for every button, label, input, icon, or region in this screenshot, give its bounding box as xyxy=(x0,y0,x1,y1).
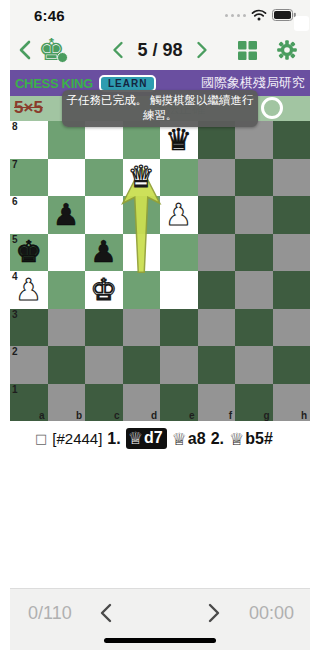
white-to-move-marker: □ xyxy=(35,431,47,446)
session-timer: 00:00 xyxy=(249,603,294,624)
app-screen: 6:46 ♚ 5 / 98 xyxy=(10,0,310,650)
square-f3[interactable] xyxy=(198,309,236,347)
chess-king-logo-icon[interactable]: ♚ xyxy=(38,35,65,65)
white-king-c4[interactable]: ♚ xyxy=(85,271,123,309)
square-d7[interactable]: ♛ xyxy=(123,159,161,197)
square-f2[interactable] xyxy=(198,346,236,384)
puzzle-counter: 5 / 98 xyxy=(137,40,182,61)
square-b7[interactable] xyxy=(48,159,86,197)
square-d6[interactable] xyxy=(123,196,161,234)
queen-figurine-icon: ♕ xyxy=(229,429,244,449)
square-g4[interactable] xyxy=(235,271,273,309)
board-mode-label: 5×5 xyxy=(14,98,43,118)
square-e1[interactable]: e xyxy=(160,384,198,422)
rank-label-1: 1 xyxy=(12,384,18,395)
square-h4[interactable] xyxy=(273,271,311,309)
move-number: 1. xyxy=(107,430,120,448)
chess-board[interactable]: 8♛7♛6♟♟5♚♟4♟♚321abcdefgh xyxy=(10,121,310,421)
settings-gear-icon[interactable] xyxy=(276,39,298,61)
black-pawn-c5[interactable]: ♟ xyxy=(85,234,123,272)
move-number: 2. xyxy=(211,430,224,448)
move-square: a8 xyxy=(188,430,206,448)
clock: 6:46 xyxy=(34,7,65,24)
square-b4[interactable] xyxy=(48,271,86,309)
square-c1[interactable]: c xyxy=(85,384,123,422)
square-g3[interactable] xyxy=(235,309,273,347)
file-label-g: g xyxy=(263,410,269,421)
file-label-f: f xyxy=(229,410,232,421)
square-a1[interactable]: 1a xyxy=(10,384,48,422)
history-back-chevron-icon[interactable] xyxy=(100,603,112,623)
square-b5[interactable] xyxy=(48,234,86,272)
solution-line: □[#2444]1.♕d7♕a82.♕b5# xyxy=(10,428,310,449)
file-label-h: h xyxy=(301,410,307,421)
square-b6[interactable]: ♟ xyxy=(48,196,86,234)
rank-label-7: 7 xyxy=(12,159,18,170)
square-a5[interactable]: 5♚ xyxy=(10,234,48,272)
square-g1[interactable]: g xyxy=(235,384,273,422)
square-c7[interactable] xyxy=(85,159,123,197)
square-f1[interactable]: f xyxy=(198,384,236,422)
move-square: d7 xyxy=(144,429,163,447)
square-a7[interactable]: 7 xyxy=(10,159,48,197)
file-label-b: b xyxy=(76,410,82,421)
square-g5[interactable] xyxy=(235,234,273,272)
toast-message: 子任務已完成。 觸摸棋盤以繼續進行 練習。 xyxy=(62,90,258,127)
rank-label-2: 2 xyxy=(12,346,18,357)
puzzle-grid-icon[interactable] xyxy=(237,40,258,61)
toast-line1: 子任務已完成。 觸摸棋盤以繼續進行 xyxy=(66,93,254,108)
square-f5[interactable] xyxy=(198,234,236,272)
square-h2[interactable] xyxy=(273,346,311,384)
black-pawn-b6[interactable]: ♟ xyxy=(48,196,86,234)
square-b2[interactable] xyxy=(48,346,86,384)
cellular-signal-icon xyxy=(225,14,246,17)
square-h3[interactable] xyxy=(273,309,311,347)
white-pawn-a4[interactable]: ♟ xyxy=(10,271,48,309)
square-h1[interactable]: h xyxy=(273,384,311,422)
move-b5[interactable]: ♕b5# xyxy=(229,429,273,449)
move-d7[interactable]: ♕d7 xyxy=(126,428,167,449)
file-label-d: d xyxy=(151,410,157,421)
square-d4[interactable] xyxy=(123,271,161,309)
session-progress: 0/110 xyxy=(28,603,100,624)
square-c4[interactable]: ♚ xyxy=(85,271,123,309)
bottom-bar: 0/110 00:00 xyxy=(10,588,310,650)
next-puzzle-chevron-icon[interactable] xyxy=(197,41,208,59)
square-e3[interactable] xyxy=(160,309,198,347)
square-e5[interactable] xyxy=(160,234,198,272)
white-pawn-e6[interactable]: ♟ xyxy=(160,196,198,234)
square-d2[interactable] xyxy=(123,346,161,384)
square-h7[interactable] xyxy=(273,159,311,197)
square-d5[interactable] xyxy=(123,234,161,272)
learn-badge: LEARN xyxy=(99,75,156,92)
square-e4[interactable] xyxy=(160,271,198,309)
file-label-a: a xyxy=(39,410,45,421)
square-e6[interactable]: ♟ xyxy=(160,196,198,234)
square-f4[interactable] xyxy=(198,271,236,309)
square-a2[interactable]: 2 xyxy=(10,346,48,384)
square-h6[interactable] xyxy=(273,196,311,234)
back-chevron-icon[interactable] xyxy=(18,39,32,61)
square-b1[interactable]: b xyxy=(48,384,86,422)
square-b3[interactable] xyxy=(48,309,86,347)
square-a3[interactable]: 3 xyxy=(10,309,48,347)
file-label-e: e xyxy=(189,410,195,421)
move-square: b5# xyxy=(245,430,273,448)
prev-puzzle-chevron-icon[interactable] xyxy=(112,41,123,59)
queen-figurine-icon: ♕ xyxy=(172,429,187,449)
wifi-icon xyxy=(251,9,267,21)
battery-icon xyxy=(272,9,296,21)
corner-button[interactable] xyxy=(294,16,309,31)
square-d3[interactable] xyxy=(123,309,161,347)
puzzle-id: [#2444] xyxy=(52,430,102,447)
status-bar: 6:46 xyxy=(10,0,310,30)
square-e7[interactable] xyxy=(160,159,198,197)
square-g7[interactable] xyxy=(235,159,273,197)
rank-label-8: 8 xyxy=(12,121,18,132)
square-g6[interactable] xyxy=(235,196,273,234)
square-c6[interactable] xyxy=(85,196,123,234)
square-h8[interactable] xyxy=(273,121,311,159)
square-c2[interactable] xyxy=(85,346,123,384)
square-c5[interactable]: ♟ xyxy=(85,234,123,272)
chess-king-wordmark: CHESS KING xyxy=(15,76,93,91)
history-forward-chevron-icon[interactable] xyxy=(208,603,220,623)
square-f6[interactable] xyxy=(198,196,236,234)
progress-ring-icon[interactable] xyxy=(261,97,283,119)
home-indicator[interactable] xyxy=(104,638,216,643)
square-d1[interactable]: d xyxy=(123,384,161,422)
rank-label-3: 3 xyxy=(12,309,18,320)
square-h5[interactable] xyxy=(273,234,311,272)
square-f7[interactable] xyxy=(198,159,236,197)
black-king-a5[interactable]: ♚ xyxy=(10,234,48,272)
square-a6[interactable]: 6 xyxy=(10,196,48,234)
square-c3[interactable] xyxy=(85,309,123,347)
file-label-c: c xyxy=(114,410,120,421)
queen-figurine-icon: ♕ xyxy=(128,428,143,448)
square-g2[interactable] xyxy=(235,346,273,384)
move-a8[interactable]: ♕a8 xyxy=(172,429,206,449)
white-queen-d7[interactable]: ♛ xyxy=(123,159,161,197)
nav-bar: ♚ 5 / 98 xyxy=(10,30,310,70)
rank-label-6: 6 xyxy=(12,196,18,207)
square-a4[interactable]: 4♟ xyxy=(10,271,48,309)
square-e2[interactable] xyxy=(160,346,198,384)
square-a8[interactable]: 8 xyxy=(10,121,48,159)
toast-line2: 練習。 xyxy=(66,108,254,123)
